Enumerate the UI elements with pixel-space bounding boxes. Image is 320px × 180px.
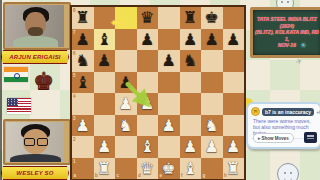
square-b5[interactable] [94,72,116,94]
square-h7[interactable]: ♟ [223,29,245,51]
black-rook: ♜ [72,7,94,29]
rank-label: 4 [73,94,76,99]
engine-title-row: ?! b7 is an inaccuracy +0.29 [251,107,317,116]
square-g6[interactable] [201,50,223,72]
black-pawn: ♟ [223,29,245,51]
white-pawn: ♟ [180,136,202,158]
square-c5[interactable]: ♟ [115,72,137,94]
webcam-wesley-so [3,119,71,165]
black-king: ♚ [201,7,223,29]
white-queen: ♛ [137,158,159,180]
player-banner-top: ARJUN ERIGAISI [1,50,69,64]
white-pawn: ♟ [137,93,159,115]
square-g5[interactable] [201,72,223,94]
engine-move-assessment: b7 is an inaccuracy [262,108,314,116]
square-g4[interactable] [201,93,223,115]
square-d5[interactable] [137,72,159,94]
black-pawn: ♟ [94,50,116,72]
black-pawn: ♟ [137,29,159,51]
file-label: c [117,173,120,178]
square-f7[interactable]: ♟ [180,29,202,51]
square-f8[interactable]: ♜ [180,7,202,29]
white-pawn: ♟ [223,136,245,158]
square-d7[interactable]: ♟ [137,29,159,51]
square-h2[interactable]: ♟ [223,136,245,158]
black-knight: ♞ [72,50,94,72]
left-edge-vignette [0,0,2,180]
avatar-shirt [10,154,61,162]
square-c1[interactable]: c [115,158,137,180]
chess-board: 8♜♛♜♚7♟♝♟♟♟♟6♞♟♟♞5♝♟4♟♟3♟♞♟♞2♟♝♟♟♟1ab♜cd… [70,5,246,180]
file-label: g [203,173,206,178]
white-pawn: ♟ [115,93,137,115]
square-a1[interactable]: 1a [72,158,94,180]
sparkle-icon: ✦✦ [110,19,122,29]
avatar-beard [28,27,43,36]
square-a2[interactable]: 2 [72,136,94,158]
black-pawn: ♟ [115,72,137,94]
event-line1: TATA STEEL INDIA BLITZ (2024) [253,16,320,29]
white-pawn: ♟ [158,115,180,137]
square-a6[interactable]: 6♞ [72,50,94,72]
square-e1[interactable]: e♚ [158,158,180,180]
black-pawn: ♟ [158,50,180,72]
black-knight: ♞ [180,50,202,72]
black-pawn: ♟ [72,29,94,51]
webcam-photo [6,5,64,47]
inaccuracy-badge-icon: ?! [251,107,260,116]
smiley-mouth-icon [284,174,292,180]
rank-label: 1 [73,159,76,164]
square-e2[interactable] [158,136,180,158]
black-bishop: ♝ [72,72,94,94]
square-c2[interactable] [115,136,137,158]
white-pawn: ♟ [201,136,223,158]
event-chalkboard: TATA STEEL INDIA BLITZ (2024) (BLITZ), K… [250,7,320,58]
square-e6[interactable]: ♟ [158,50,180,72]
smiley-eye-icon [284,172,286,174]
smiley-doodle-bottom [277,163,299,180]
show-moves-label: Show Moves [262,136,289,141]
square-f4[interactable] [180,93,202,115]
square-d3[interactable] [137,115,159,137]
square-e4[interactable] [158,93,180,115]
india-flag-icon [4,67,28,82]
board-squares: 8♜♛♜♚7♟♝♟♟♟♟6♞♟♟♞5♝♟4♟♟3♟♞♟♞2♟♝♟♟♟1ab♜cd… [72,7,244,179]
square-h5[interactable] [223,72,245,94]
event-line2: (BLITZ), KOLKATA IND, RD 1, [253,29,320,42]
square-g7[interactable]: ♟ [201,29,223,51]
square-e3[interactable]: ♟ [158,115,180,137]
square-b2[interactable]: ♟ [94,136,116,158]
show-moves-icon: ▸ [258,135,261,141]
square-d4[interactable]: ♟ [137,93,159,115]
square-c3[interactable]: ♞ [115,115,137,137]
square-d8[interactable]: ♛ [137,7,159,29]
black-bishop: ♝ [94,29,116,51]
black-rook: ♜ [180,7,202,29]
webcam-arjun-erigaisi [3,2,71,50]
white-knight: ♞ [201,115,223,137]
square-c7[interactable] [115,29,137,51]
square-a3[interactable]: 3♟ [72,115,94,137]
avatar-glasses [24,138,48,146]
white-king: ♚ [158,158,180,180]
show-moves-button[interactable]: ▸ Show Moves [253,133,294,143]
usa-flag-icon [7,98,31,114]
square-f1[interactable]: f♝ [180,158,202,180]
square-b4[interactable] [94,93,116,115]
square-b6[interactable]: ♟ [94,50,116,72]
white-knight: ♞ [115,115,137,137]
white-bishop: ♝ [137,136,159,158]
white-bishop: ♝ [180,158,202,180]
square-b7[interactable]: ♝ [94,29,116,51]
square-c6[interactable] [115,50,137,72]
white-pawn: ♟ [94,136,116,158]
black-pawn: ♟ [201,29,223,51]
black-queen: ♛ [137,7,159,29]
square-e7[interactable] [158,29,180,51]
square-e8[interactable] [158,7,180,29]
square-g2[interactable]: ♟ [201,136,223,158]
player-name-bottom: WESLEY SO [16,170,53,176]
rank-label: 2 [73,137,76,142]
engine-eval: +0.29 [316,109,320,115]
file-label: a [74,173,77,178]
square-g1[interactable]: g [201,158,223,180]
ashoka-chakra-icon [14,73,20,79]
square-a5[interactable]: 5♝ [72,72,94,94]
square-e5[interactable] [158,72,180,94]
webcam-photo [6,122,64,162]
square-a7[interactable]: 7♟ [72,29,94,51]
white-rook: ♜ [94,158,116,180]
square-h3[interactable] [223,115,245,137]
event-line3: NOV-16 [278,42,296,49]
avatar-shirt [13,36,58,47]
square-d2[interactable]: ♝ [137,136,159,158]
video-frame: ✈ ARJUN ERIGAISI ♚ WESLEY SO 8♜♛♜♚7♟♝♟♟♟… [0,0,320,180]
square-h6[interactable] [223,50,245,72]
square-c4[interactable]: ♟ [115,93,137,115]
white-pawn: ♟ [72,115,94,137]
smiley-eye-icon [290,172,292,174]
square-d6[interactable] [137,50,159,72]
square-a4[interactable]: 4 [72,93,94,115]
square-a8[interactable]: 8♜ [72,7,94,29]
white-rook: ♜ [223,158,245,180]
watermark-logo [304,132,317,143]
chess-king-doodle-icon: ♚ [33,68,55,94]
square-f2[interactable]: ♟ [180,136,202,158]
square-f5[interactable] [180,72,202,94]
square-h8[interactable] [223,7,245,29]
square-b1[interactable]: b♜ [94,158,116,180]
square-d1[interactable]: d♛ [137,158,159,180]
square-f6[interactable]: ♞ [180,50,202,72]
square-h1[interactable]: h♜ [223,158,245,180]
player-name-top: ARJUN ERIGAISI [9,54,60,60]
square-g8[interactable]: ♚ [201,7,223,29]
square-g3[interactable]: ♞ [201,115,223,137]
square-h4[interactable] [223,93,245,115]
usa-flag-canton [7,98,18,106]
engine-comment-card: ?! b7 is an inaccuracy +0.29 There were … [246,102,320,149]
square-f3[interactable] [180,115,202,137]
player-banner-bottom: WESLEY SO [1,166,69,180]
black-pawn: ♟ [180,29,202,51]
square-b3[interactable] [94,115,116,137]
